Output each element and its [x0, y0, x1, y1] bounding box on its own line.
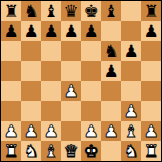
- square-h6[interactable]: [141, 41, 161, 61]
- piece-white-pawn[interactable]: ♟: [43, 121, 58, 141]
- square-b7[interactable]: ♟: [21, 21, 41, 41]
- square-d8[interactable]: ♛: [61, 1, 81, 21]
- chess-board-frame: ♜♞♝♛♚♝♜♟♟♟♟♟♟♞♟♟♟♟♟♟♟♟♟♝♟♜♞♝♛♚♞♜: [0, 0, 162, 162]
- square-f5[interactable]: ♟: [101, 61, 121, 81]
- square-h5[interactable]: [141, 61, 161, 81]
- square-f3[interactable]: [101, 101, 121, 121]
- piece-white-pawn[interactable]: ♟: [143, 121, 158, 141]
- square-g5[interactable]: [121, 61, 141, 81]
- piece-black-pawn[interactable]: ♟: [3, 21, 18, 41]
- piece-black-pawn[interactable]: ♟: [103, 61, 118, 81]
- square-c1[interactable]: ♝: [41, 141, 61, 161]
- piece-white-knight[interactable]: ♞: [23, 141, 38, 161]
- square-a6[interactable]: [1, 41, 21, 61]
- piece-white-bishop[interactable]: ♝: [123, 121, 138, 141]
- square-c6[interactable]: [41, 41, 61, 61]
- piece-black-bishop[interactable]: ♝: [103, 1, 118, 21]
- piece-black-queen[interactable]: ♛: [63, 1, 78, 21]
- piece-black-pawn[interactable]: ♟: [63, 21, 78, 41]
- square-f7[interactable]: [101, 21, 121, 41]
- square-e8[interactable]: ♚: [81, 1, 101, 21]
- square-a2[interactable]: ♟: [1, 121, 21, 141]
- square-c8[interactable]: ♝: [41, 1, 61, 21]
- chess-board: ♜♞♝♛♚♝♜♟♟♟♟♟♟♞♟♟♟♟♟♟♟♟♟♝♟♜♞♝♛♚♞♜: [1, 1, 161, 161]
- square-b5[interactable]: [21, 61, 41, 81]
- piece-white-rook[interactable]: ♜: [3, 141, 18, 161]
- square-h8[interactable]: ♜: [141, 1, 161, 21]
- square-f2[interactable]: ♟: [101, 121, 121, 141]
- square-d3[interactable]: [61, 101, 81, 121]
- piece-white-bishop[interactable]: ♝: [43, 141, 58, 161]
- piece-black-pawn[interactable]: ♟: [143, 21, 158, 41]
- square-h3[interactable]: [141, 101, 161, 121]
- square-h2[interactable]: ♟: [141, 121, 161, 141]
- piece-white-pawn[interactable]: ♟: [63, 81, 78, 101]
- square-e6[interactable]: [81, 41, 101, 61]
- square-h7[interactable]: ♟: [141, 21, 161, 41]
- square-a8[interactable]: ♜: [1, 1, 21, 21]
- square-e7[interactable]: ♟: [81, 21, 101, 41]
- square-c2[interactable]: ♟: [41, 121, 61, 141]
- piece-white-knight[interactable]: ♞: [123, 141, 138, 161]
- piece-white-rook[interactable]: ♜: [143, 141, 158, 161]
- square-b6[interactable]: [21, 41, 41, 61]
- square-c4[interactable]: [41, 81, 61, 101]
- square-b3[interactable]: [21, 101, 41, 121]
- piece-black-pawn[interactable]: ♟: [23, 21, 38, 41]
- piece-black-pawn[interactable]: ♟: [123, 41, 138, 61]
- piece-black-knight[interactable]: ♞: [103, 41, 118, 61]
- piece-black-pawn[interactable]: ♟: [83, 21, 98, 41]
- square-g8[interactable]: [121, 1, 141, 21]
- square-g3[interactable]: ♟: [121, 101, 141, 121]
- square-c7[interactable]: ♟: [41, 21, 61, 41]
- square-d1[interactable]: ♛: [61, 141, 81, 161]
- piece-white-pawn[interactable]: ♟: [83, 121, 98, 141]
- square-d2[interactable]: [61, 121, 81, 141]
- piece-black-pawn[interactable]: ♟: [43, 21, 58, 41]
- square-g6[interactable]: ♟: [121, 41, 141, 61]
- square-a3[interactable]: [1, 101, 21, 121]
- square-e2[interactable]: ♟: [81, 121, 101, 141]
- square-g2[interactable]: ♝: [121, 121, 141, 141]
- square-b4[interactable]: [21, 81, 41, 101]
- piece-white-pawn[interactable]: ♟: [103, 121, 118, 141]
- piece-black-knight[interactable]: ♞: [23, 1, 38, 21]
- square-e4[interactable]: [81, 81, 101, 101]
- piece-black-king[interactable]: ♚: [83, 1, 98, 21]
- square-a1[interactable]: ♜: [1, 141, 21, 161]
- square-d7[interactable]: ♟: [61, 21, 81, 41]
- piece-white-queen[interactable]: ♛: [63, 141, 78, 161]
- square-b2[interactable]: ♟: [21, 121, 41, 141]
- piece-white-pawn[interactable]: ♟: [123, 101, 138, 121]
- square-d6[interactable]: [61, 41, 81, 61]
- square-a7[interactable]: ♟: [1, 21, 21, 41]
- square-h4[interactable]: [141, 81, 161, 101]
- square-e3[interactable]: [81, 101, 101, 121]
- square-b1[interactable]: ♞: [21, 141, 41, 161]
- square-a4[interactable]: [1, 81, 21, 101]
- square-h1[interactable]: ♜: [141, 141, 161, 161]
- piece-black-rook[interactable]: ♜: [143, 1, 158, 21]
- square-f4[interactable]: [101, 81, 121, 101]
- square-e1[interactable]: ♚: [81, 141, 101, 161]
- square-b8[interactable]: ♞: [21, 1, 41, 21]
- square-g4[interactable]: [121, 81, 141, 101]
- square-d5[interactable]: [61, 61, 81, 81]
- piece-white-pawn[interactable]: ♟: [23, 121, 38, 141]
- square-c3[interactable]: [41, 101, 61, 121]
- square-g1[interactable]: ♞: [121, 141, 141, 161]
- square-a5[interactable]: [1, 61, 21, 81]
- square-e5[interactable]: [81, 61, 101, 81]
- square-f1[interactable]: [101, 141, 121, 161]
- square-f8[interactable]: ♝: [101, 1, 121, 21]
- square-g7[interactable]: [121, 21, 141, 41]
- square-d4[interactable]: ♟: [61, 81, 81, 101]
- piece-white-pawn[interactable]: ♟: [3, 121, 18, 141]
- piece-white-king[interactable]: ♚: [83, 141, 98, 161]
- square-f6[interactable]: ♞: [101, 41, 121, 61]
- piece-black-bishop[interactable]: ♝: [43, 1, 58, 21]
- piece-black-rook[interactable]: ♜: [3, 1, 18, 21]
- square-c5[interactable]: [41, 61, 61, 81]
